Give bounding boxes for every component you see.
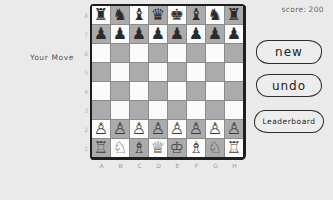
board-square[interactable] [187,101,205,119]
board-square[interactable]: ♟ [111,25,129,43]
piece-black-pawn[interactable]: ♟ [111,25,129,43]
file-labels: ABCDEFGH [92,162,244,169]
file-label: E [168,162,187,169]
chess-app: Your Move score:200 87654321 ♜♞♝♛♚♝♞♜♟♟♟… [0,0,333,200]
board-square[interactable]: ♖ [92,139,110,157]
board-square[interactable]: ♗ [130,139,148,157]
board-square[interactable]: ♙ [225,120,243,138]
board-square[interactable]: ♟ [168,25,186,43]
piece-black-bishop[interactable]: ♝ [187,6,205,24]
piece-black-bishop[interactable]: ♝ [130,6,148,24]
board-square[interactable]: ♔ [168,139,186,157]
score-label: score: [281,5,306,14]
board-square[interactable]: ♟ [92,25,110,43]
board-square[interactable]: ♘ [111,139,129,157]
board-square[interactable]: ♚ [168,6,186,24]
rank-label: 6 [80,44,88,63]
piece-white-king[interactable]: ♔ [168,139,186,157]
board-square[interactable] [168,44,186,62]
board-square[interactable] [111,44,129,62]
board-square[interactable]: ♛ [149,6,167,24]
board-square[interactable] [225,82,243,100]
file-label: A [92,162,111,169]
board-square[interactable] [92,82,110,100]
board-square[interactable] [92,44,110,62]
board-square[interactable] [149,63,167,81]
file-label: B [111,162,130,169]
board-square[interactable] [130,82,148,100]
board-square[interactable] [149,101,167,119]
board-square[interactable] [92,101,110,119]
board-square[interactable] [130,44,148,62]
board-square[interactable]: ♟ [225,25,243,43]
piece-black-pawn[interactable]: ♟ [130,25,148,43]
piece-black-rook[interactable]: ♜ [225,6,243,24]
board-square[interactable] [168,101,186,119]
board-square[interactable]: ♙ [206,120,224,138]
board-square[interactable]: ♜ [225,6,243,24]
board-square[interactable]: ♙ [168,120,186,138]
piece-white-rook[interactable]: ♖ [225,139,243,157]
rank-labels: 87654321 [80,6,88,158]
piece-black-pawn[interactable]: ♟ [168,25,186,43]
board-square[interactable] [111,63,129,81]
rank-label: 7 [80,25,88,44]
piece-white-pawn[interactable]: ♙ [225,120,243,138]
board-square[interactable]: ♝ [187,6,205,24]
rank-label: 1 [80,139,88,158]
board-square[interactable]: ♞ [111,6,129,24]
board-square[interactable]: ♖ [225,139,243,157]
piece-white-pawn[interactable]: ♙ [168,120,186,138]
board-square[interactable] [149,82,167,100]
board-square[interactable]: ♟ [206,25,224,43]
chess-board: ♜♞♝♛♚♝♞♜♟♟♟♟♟♟♟♟♙♙♙♙♙♙♙♙♖♘♗♕♔♗♘♖ [90,4,246,160]
board-square[interactable]: ♙ [149,120,167,138]
piece-black-pawn[interactable]: ♟ [149,25,167,43]
piece-black-pawn[interactable]: ♟ [187,25,205,43]
board-square[interactable] [130,63,148,81]
rank-label: 2 [80,120,88,139]
piece-white-pawn[interactable]: ♙ [187,120,205,138]
board-square[interactable] [225,44,243,62]
board-square[interactable]: ♕ [149,139,167,157]
piece-black-pawn[interactable]: ♟ [225,25,243,43]
piece-black-queen[interactable]: ♛ [149,6,167,24]
board-square[interactable] [187,44,205,62]
piece-black-pawn[interactable]: ♟ [92,25,110,43]
board-square[interactable] [187,63,205,81]
piece-white-bishop[interactable]: ♗ [187,139,205,157]
board-square[interactable]: ♟ [149,25,167,43]
board-square[interactable] [206,63,224,81]
file-label: C [130,162,149,169]
board-square[interactable] [130,101,148,119]
board-square[interactable] [149,44,167,62]
piece-black-pawn[interactable]: ♟ [206,25,224,43]
piece-black-rook[interactable]: ♜ [92,6,110,24]
board-square[interactable]: ♜ [92,6,110,24]
board-square[interactable] [206,101,224,119]
board-square[interactable]: ♙ [130,120,148,138]
turn-status: Your Move [30,53,74,62]
file-label: D [149,162,168,169]
board-square[interactable] [225,63,243,81]
board-square[interactable]: ♝ [130,6,148,24]
piece-white-knight[interactable]: ♘ [206,139,224,157]
piece-black-knight[interactable]: ♞ [206,6,224,24]
board-square[interactable]: ♙ [187,120,205,138]
score-value: 200 [308,5,324,14]
board-square[interactable] [225,101,243,119]
board-square[interactable]: ♞ [206,6,224,24]
piece-white-knight[interactable]: ♘ [111,139,129,157]
piece-white-pawn[interactable]: ♙ [111,120,129,138]
board-square[interactable] [111,82,129,100]
piece-white-queen[interactable]: ♕ [149,139,167,157]
new-game-button[interactable]: new [256,40,322,64]
file-label: H [225,162,244,169]
piece-white-bishop[interactable]: ♗ [130,139,148,157]
score: score:200 [279,5,324,14]
board-wrap: ♜♞♝♛♚♝♞♜♟♟♟♟♟♟♟♟♙♙♙♙♙♙♙♙♖♘♗♕♔♗♘♖ [90,4,246,160]
piece-white-pawn[interactable]: ♙ [206,120,224,138]
board-square[interactable]: ♟ [130,25,148,43]
board-square[interactable]: ♟ [187,25,205,43]
board-square[interactable] [111,101,129,119]
board-square[interactable]: ♗ [187,139,205,157]
board-square[interactable]: ♘ [206,139,224,157]
rank-label: 5 [80,63,88,82]
board-square[interactable] [206,82,224,100]
piece-white-pawn[interactable]: ♙ [149,120,167,138]
board-square[interactable] [92,63,110,81]
board-square[interactable] [168,82,186,100]
piece-black-knight[interactable]: ♞ [111,6,129,24]
board-square[interactable] [168,63,186,81]
board-square[interactable]: ♙ [111,120,129,138]
rank-label: 3 [80,101,88,120]
board-square[interactable] [187,82,205,100]
board-square[interactable] [206,44,224,62]
rank-label: 8 [80,6,88,25]
undo-button[interactable]: undo [256,74,322,97]
piece-white-pawn[interactable]: ♙ [130,120,148,138]
rank-label: 4 [80,82,88,101]
file-label: G [206,162,225,169]
board-square[interactable]: ♙ [92,120,110,138]
piece-black-king[interactable]: ♚ [168,6,186,24]
leaderboard-button[interactable]: Leaderboard [254,110,324,133]
file-label: F [187,162,206,169]
piece-white-rook[interactable]: ♖ [92,139,110,157]
piece-white-pawn[interactable]: ♙ [92,120,110,138]
